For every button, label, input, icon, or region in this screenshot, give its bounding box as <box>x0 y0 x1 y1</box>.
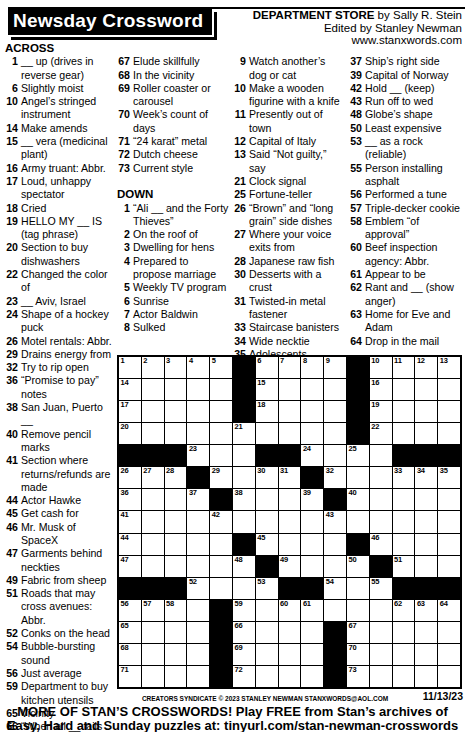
grid-cell-r7c3[interactable] <box>165 489 187 510</box>
clue-37: 37Ship’s right side <box>349 55 463 68</box>
grid-cell-r2c8[interactable] <box>279 379 301 400</box>
grid-cell-r9c7[interactable]: 45 <box>256 534 278 555</box>
grid-cell-r5c11[interactable]: 25 <box>347 445 369 466</box>
clue-10: 10Make a wooden figurine with a knife <box>233 82 345 109</box>
black-cell <box>142 578 164 599</box>
grid-cell-r4c9[interactable] <box>301 423 323 444</box>
grid-cell-r4c13[interactable] <box>393 423 415 444</box>
grid-cell-r12c11[interactable] <box>347 600 369 621</box>
grid-cell-r12c4[interactable] <box>187 600 209 621</box>
grid-cell-r8c15[interactable] <box>438 511 460 532</box>
grid-cell-r13c11[interactable]: 67 <box>347 622 369 643</box>
grid-cell-r9c2[interactable] <box>142 534 164 555</box>
grid-cell-r11c4[interactable]: 52 <box>187 578 209 599</box>
grid-cell-r15c2[interactable] <box>142 666 164 687</box>
clue-number: 15 <box>5 135 18 148</box>
cell-number: 7 <box>280 357 284 366</box>
clue-number: 41 <box>5 454 18 467</box>
grid-cell-r1c13[interactable]: 11 <box>393 357 415 378</box>
black-cell <box>187 467 209 488</box>
grid-cell-r5c12[interactable] <box>370 445 392 466</box>
grid-cell-r2c9[interactable] <box>301 379 323 400</box>
grid-cell-r9c9[interactable] <box>301 534 323 555</box>
grid-cell-r10c15[interactable] <box>438 556 460 577</box>
cell-number: 28 <box>166 467 174 476</box>
grid-cell-r1c2[interactable]: 2 <box>142 357 164 378</box>
grid-cell-r10c4[interactable] <box>187 556 209 577</box>
cell-number: 27 <box>143 467 151 476</box>
grid-cell-r14c6[interactable]: 69 <box>233 644 255 665</box>
grid-cell-r6c12[interactable] <box>370 467 392 488</box>
grid-cell-r9c12[interactable]: 46 <box>370 534 392 555</box>
cell-number: 65 <box>121 622 129 631</box>
grid-cell-r12c6[interactable]: 59 <box>233 600 255 621</box>
grid-cell-r10c3[interactable] <box>165 556 187 577</box>
clue-number: 63 <box>349 308 362 321</box>
black-cell <box>279 445 301 466</box>
grid-cell-r10c8[interactable]: 49 <box>279 556 301 577</box>
grid-cell-r10c13[interactable]: 51 <box>393 556 415 577</box>
black-cell <box>347 357 369 378</box>
clue-20: 20Section to buy dishwashers <box>5 241 114 268</box>
grid-cell-r8c11[interactable] <box>347 511 369 532</box>
clue-40: 40Remove pencil marks <box>5 428 114 455</box>
grid-cell-r13c9[interactable] <box>301 622 323 643</box>
promo-line-2: Easy, Hard and Sunday puzzles at: tinyur… <box>0 719 465 732</box>
grid-cell-r3c5[interactable] <box>210 401 232 422</box>
grid-cell-r7c6[interactable]: 38 <box>233 489 255 510</box>
masthead: Newsday Crossword <box>8 9 214 37</box>
grid-cell-r4c10[interactable] <box>324 423 346 444</box>
clue-number: 13 <box>233 148 246 161</box>
cell-number: 53 <box>257 578 265 587</box>
grid-cell-r9c8[interactable] <box>279 534 301 555</box>
clue-number: 32 <box>5 361 18 374</box>
clue-column-4: 37Ship’s right side39Capital of Norway42… <box>349 42 463 348</box>
cell-number: 33 <box>394 467 402 476</box>
grid-cell-r12c12[interactable] <box>370 600 392 621</box>
clue-10: 10Angel’s stringed instrument <box>5 95 114 122</box>
clue-17: 17Loud, unhappy spectator <box>5 175 114 202</box>
grid-cell-r11c6[interactable] <box>233 578 255 599</box>
grid-cell-r1c1[interactable]: 1 <box>119 357 141 378</box>
grid-cell-r13c3[interactable] <box>165 622 187 643</box>
clue-53: 53__ as a rock (reliable) <box>349 135 463 162</box>
grid-cell-r11c11[interactable] <box>347 578 369 599</box>
grid-cell-r12c9[interactable]: 61 <box>301 600 323 621</box>
grid-cell-r15c15[interactable] <box>438 666 460 687</box>
cell-number: 24 <box>303 445 311 454</box>
grid-cell-r6c7[interactable]: 30 <box>256 467 278 488</box>
clue-number: 67 <box>117 55 130 68</box>
clue-26: 26Motel rentals: Abbr. <box>5 335 114 348</box>
grid-cell-r3c7[interactable]: 18 <box>256 401 278 422</box>
grid-cell-r4c2[interactable] <box>142 423 164 444</box>
grid-cell-r3c14[interactable] <box>415 401 437 422</box>
cell-number: 60 <box>280 600 288 609</box>
grid-cell-r8c9[interactable] <box>301 511 323 532</box>
grid-cell-r7c9[interactable]: 39 <box>301 489 323 510</box>
grid-cell-r12c1[interactable]: 56 <box>119 600 141 621</box>
clue-number: 39 <box>349 69 362 82</box>
grid-cell-r15c4[interactable] <box>187 666 209 687</box>
grid-cell-r1c3[interactable]: 3 <box>165 357 187 378</box>
grid-cell-r4c14[interactable] <box>415 423 437 444</box>
grid-cell-r8c12[interactable] <box>370 511 392 532</box>
grid-cell-r15c9[interactable] <box>301 666 323 687</box>
grid-cell-r10c11[interactable]: 50 <box>347 556 369 577</box>
clue-19: 19HELLO MY __ IS (tag phrase) <box>5 215 114 242</box>
grid-cell-r8c8[interactable] <box>279 511 301 532</box>
clue-number: 56 <box>5 667 18 680</box>
cell-number: 43 <box>326 511 334 520</box>
cell-number: 71 <box>121 666 129 675</box>
grid-cell-r15c13[interactable] <box>393 666 415 687</box>
grid-cell-r2c14[interactable] <box>415 379 437 400</box>
grid-cell-r4c6[interactable]: 21 <box>233 423 255 444</box>
clue-number: 6 <box>117 295 130 308</box>
clue-number: 36 <box>5 374 18 387</box>
grid-cell-r10c2[interactable] <box>142 556 164 577</box>
grid-cell-r10c14[interactable] <box>415 556 437 577</box>
grid-cell-r1c14[interactable]: 12 <box>415 357 437 378</box>
black-cell <box>347 379 369 400</box>
cell-number: 54 <box>326 578 334 587</box>
grid-cell-r1c4[interactable]: 4 <box>187 357 209 378</box>
black-cell <box>256 445 278 466</box>
cell-number: 26 <box>121 467 129 476</box>
grid-cell-r14c8[interactable] <box>279 644 301 665</box>
grid-cell-r4c5[interactable] <box>210 423 232 444</box>
grid-cell-r6c5[interactable]: 29 <box>210 467 232 488</box>
black-cell <box>393 578 415 599</box>
grid-cell-r10c10[interactable] <box>324 556 346 577</box>
grid-cell-r14c11[interactable]: 70 <box>347 644 369 665</box>
grid-cell-r6c3[interactable]: 28 <box>165 467 187 488</box>
grid-cell-r5c10[interactable] <box>324 445 346 466</box>
grid-cell-r4c1[interactable]: 20 <box>119 423 141 444</box>
grid-cell-r8c7[interactable] <box>256 511 278 532</box>
clue-23: 23__ Aviv, Israel <box>5 295 114 308</box>
puzzle-date: 11/13/23 <box>423 690 463 702</box>
grid-cell-r6c15[interactable]: 35 <box>438 467 460 488</box>
clue-69: 69Roller coaster or carousel <box>117 82 229 109</box>
cell-number: 70 <box>348 644 356 653</box>
grid-cell-r2c2[interactable] <box>142 379 164 400</box>
grid-cell-r3c10[interactable] <box>324 401 346 422</box>
grid-cell-r6c14[interactable]: 34 <box>415 467 437 488</box>
clue-column-3: 9Watch another’s dog or cat10Make a wood… <box>233 42 345 361</box>
grid-cell-r7c8[interactable] <box>279 489 301 510</box>
grid-cell-r4c7[interactable] <box>256 423 278 444</box>
cell-number: 61 <box>303 600 311 609</box>
black-cell <box>210 600 232 621</box>
grid-cell-r4c12[interactable]: 22 <box>370 423 392 444</box>
grid-cell-r4c15[interactable] <box>438 423 460 444</box>
clue-number: 59 <box>5 680 18 693</box>
grid-cell-r15c3[interactable] <box>165 666 187 687</box>
grid-cell-r7c15[interactable] <box>438 489 460 510</box>
grid-cell-r2c13[interactable] <box>393 379 415 400</box>
clue-number: 17 <box>5 175 18 188</box>
clue-number: 5 <box>117 281 130 294</box>
clue-number: 26 <box>5 335 18 348</box>
cell-number: 55 <box>371 578 379 587</box>
cell-number: 68 <box>121 644 129 653</box>
grid-cell-r13c13[interactable] <box>393 622 415 643</box>
grid-cell-r15c8[interactable] <box>279 666 301 687</box>
clue-number: 48 <box>349 108 362 121</box>
grid-cell-r7c13[interactable] <box>393 489 415 510</box>
grid-cell-r8c2[interactable] <box>142 511 164 532</box>
grid-cell-r12c13[interactable]: 62 <box>393 600 415 621</box>
grid-cell-r10c9[interactable] <box>301 556 323 577</box>
grid-cell-r15c6[interactable]: 72 <box>233 666 255 687</box>
grid-cell-r14c14[interactable] <box>415 644 437 665</box>
grid-cell-r9c13[interactable] <box>393 534 415 555</box>
grid-cell-r1c10[interactable]: 9 <box>324 357 346 378</box>
clue-6: 6Slightly moist <box>5 82 114 95</box>
grid-cell-r15c11[interactable]: 73 <box>347 666 369 687</box>
cell-number: 58 <box>166 600 174 609</box>
grid-cell-r8c14[interactable] <box>415 511 437 532</box>
grid-cell-r3c13[interactable] <box>393 401 415 422</box>
clue-number: 14 <box>5 122 18 135</box>
grid-cell-r13c2[interactable] <box>142 622 164 643</box>
clue-1: 1“Ali __ and the Forty Thieves” <box>117 202 229 229</box>
clue-71: 71“24 karat” metal <box>117 135 229 148</box>
grid-cell-r14c1[interactable]: 68 <box>119 644 141 665</box>
grid-cell-r14c15[interactable] <box>438 644 460 665</box>
clue-number: 69 <box>117 82 130 95</box>
grid-cell-r2c1[interactable]: 14 <box>119 379 141 400</box>
grid-cell-r3c8[interactable] <box>279 401 301 422</box>
grid-cell-r7c7[interactable] <box>256 489 278 510</box>
clue-number: 2 <box>117 228 130 241</box>
clue-73: 73Current style <box>117 162 229 175</box>
black-cell <box>324 489 346 510</box>
grid-cell-r1c12[interactable]: 10 <box>370 357 392 378</box>
grid-cell-r15c14[interactable] <box>415 666 437 687</box>
clue-number: 25 <box>233 188 246 201</box>
grid-cell-r4c8[interactable] <box>279 423 301 444</box>
grid-cell-r12c3[interactable]: 58 <box>165 600 187 621</box>
grid-cell-r7c14[interactable] <box>415 489 437 510</box>
grid-cell-r14c2[interactable] <box>142 644 164 665</box>
grid-cell-r2c5[interactable] <box>210 379 232 400</box>
clue-number: 51 <box>5 587 18 600</box>
grid-cell-r6c10[interactable]: 32 <box>324 467 346 488</box>
grid-cell-r9c10[interactable] <box>324 534 346 555</box>
grid-cell-r9c15[interactable] <box>438 534 460 555</box>
cell-number: 42 <box>212 511 220 520</box>
clue-number: 22 <box>5 268 18 281</box>
clue-56: 56Just average <box>5 667 114 680</box>
grid-cell-r9c4[interactable] <box>187 534 209 555</box>
grid-cell-r12c8[interactable]: 60 <box>279 600 301 621</box>
grid-cell-r14c13[interactable] <box>393 644 415 665</box>
black-cell <box>324 622 346 643</box>
cell-number: 51 <box>394 556 402 565</box>
puzzle-title: DEPARTMENT STORE <box>253 9 375 21</box>
grid-cell-r9c14[interactable] <box>415 534 437 555</box>
grid-cell-r6c8[interactable]: 31 <box>279 467 301 488</box>
grid-cell-r2c3[interactable] <box>165 379 187 400</box>
grid-cell-r3c2[interactable] <box>142 401 164 422</box>
grid-cell-r2c4[interactable] <box>187 379 209 400</box>
grid-cell-r2c15[interactable] <box>438 379 460 400</box>
grid-cell-r10c5[interactable] <box>210 556 232 577</box>
grid-cell-r8c1[interactable]: 41 <box>119 511 141 532</box>
black-cell <box>438 578 460 599</box>
grid-cell-r3c3[interactable] <box>165 401 187 422</box>
grid-cell-r9c5[interactable] <box>210 534 232 555</box>
cell-number: 3 <box>166 357 170 366</box>
grid-cell-r3c12[interactable]: 19 <box>370 401 392 422</box>
clue-21: 21Clock signal <box>233 175 345 188</box>
clue-number: 34 <box>233 335 246 348</box>
black-cell <box>119 578 141 599</box>
grid-cell-r6c11[interactable] <box>347 467 369 488</box>
clue-number: 53 <box>349 135 362 148</box>
grid-cell-r3c1[interactable]: 17 <box>119 401 141 422</box>
grid-cell-r11c7[interactable]: 53 <box>256 578 278 599</box>
grid-cell-r1c7[interactable]: 6 <box>256 357 278 378</box>
grid-cell-r11c12[interactable]: 55 <box>370 578 392 599</box>
grid-cell-r13c8[interactable] <box>279 622 301 643</box>
grid-cell-r6c2[interactable]: 27 <box>142 467 164 488</box>
clue-number: 40 <box>5 428 18 441</box>
grid-cell-r14c3[interactable] <box>165 644 187 665</box>
clue-number: 19 <box>5 215 18 228</box>
grid-cell-r6c1[interactable]: 26 <box>119 467 141 488</box>
grid-cell-r4c3[interactable] <box>165 423 187 444</box>
grid-cell-r3c9[interactable] <box>301 401 323 422</box>
grid-cell-r8c6[interactable] <box>233 511 255 532</box>
grid-cell-r11c10[interactable]: 54 <box>324 578 346 599</box>
black-cell <box>256 556 278 577</box>
black-cell <box>279 578 301 599</box>
grid-cell-r5c5[interactable] <box>210 445 232 466</box>
grid-cell-r7c12[interactable] <box>370 489 392 510</box>
grid-cell-r1c9[interactable]: 8 <box>301 357 323 378</box>
cell-number: 19 <box>371 401 379 410</box>
grid-cell-r15c1[interactable]: 71 <box>119 666 141 687</box>
grid-cell-r14c4[interactable] <box>187 644 209 665</box>
grid-cell-r8c10[interactable]: 43 <box>324 511 346 532</box>
black-cell <box>210 489 232 510</box>
grid-cell-r13c1[interactable]: 65 <box>119 622 141 643</box>
grid-cell-r9c1[interactable]: 44 <box>119 534 141 555</box>
grid-cell-r8c4[interactable] <box>187 511 209 532</box>
cell-number: 37 <box>189 489 197 498</box>
grid-cell-r13c7[interactable] <box>256 622 278 643</box>
clue-12: 12Capital of Italy <box>233 135 345 148</box>
clue-48: 48Globe’s shape <box>349 108 463 121</box>
grid-cell-r3c15[interactable] <box>438 401 460 422</box>
grid-cell-r1c8[interactable]: 7 <box>279 357 301 378</box>
black-cell <box>415 445 437 466</box>
grid-cell-r11c5[interactable] <box>210 578 232 599</box>
grid-cell-r8c13[interactable] <box>393 511 415 532</box>
clue-number: 73 <box>117 162 130 175</box>
grid-cell-r3c4[interactable] <box>187 401 209 422</box>
clue-section-header-down: DOWN <box>117 188 229 201</box>
clue-number: 71 <box>117 135 130 148</box>
clue-8: 8Sulked <box>117 321 229 334</box>
grid-cell-r1c5[interactable]: 5 <box>210 357 232 378</box>
grid-cell-r8c5[interactable]: 42 <box>210 511 232 532</box>
grid-cell-r12c10[interactable] <box>324 600 346 621</box>
grid-cell-r10c1[interactable]: 47 <box>119 556 141 577</box>
grid-cell-r5c4[interactable]: 23 <box>187 445 209 466</box>
black-cell <box>370 556 392 577</box>
black-cell <box>142 445 164 466</box>
grid-cell-r2c12[interactable]: 16 <box>370 379 392 400</box>
grid-cell-r14c9[interactable] <box>301 644 323 665</box>
grid-cell-r13c6[interactable]: 66 <box>233 622 255 643</box>
cell-number: 21 <box>234 423 242 432</box>
clue-72: 72Dutch cheese <box>117 148 229 161</box>
grid-cell-r8c3[interactable] <box>165 511 187 532</box>
clue-27: 27Where your voice exits from <box>233 228 345 255</box>
cell-number: 25 <box>348 445 356 454</box>
clue-section-header-across: ACROSS <box>5 42 114 55</box>
grid-cell-r2c10[interactable] <box>324 379 346 400</box>
clue-59: 59Department to buy kitchen utensils <box>5 680 114 707</box>
grid-cell-r10c6[interactable]: 48 <box>233 556 255 577</box>
grid-cell-r12c15[interactable]: 64 <box>438 600 460 621</box>
clue-number: 20 <box>5 241 18 254</box>
clue-63: 63Home for Eve and Adam <box>349 308 463 335</box>
grid-cell-r9c3[interactable] <box>165 534 187 555</box>
grid-cell-r12c7[interactable] <box>256 600 278 621</box>
grid-cell-r14c7[interactable] <box>256 644 278 665</box>
grid-cell-r13c4[interactable] <box>187 622 209 643</box>
grid-cell-r14c12[interactable] <box>370 644 392 665</box>
grid-cell-r1c15[interactable]: 13 <box>438 357 460 378</box>
black-cell <box>324 666 346 687</box>
grid-cell-r2c7[interactable]: 15 <box>256 379 278 400</box>
clue-number: 11 <box>233 108 246 121</box>
black-cell <box>415 578 437 599</box>
clue-22: 22Changed the color of <box>5 268 114 295</box>
black-cell <box>210 622 232 643</box>
grid-cell-r15c12[interactable] <box>370 666 392 687</box>
grid-cell-r7c11[interactable]: 40 <box>347 489 369 510</box>
grid-cell-r13c12[interactable] <box>370 622 392 643</box>
grid-cell-r4c4[interactable] <box>187 423 209 444</box>
clue-number: 46 <box>5 521 18 534</box>
grid-cell-r13c14[interactable] <box>415 622 437 643</box>
cell-number: 44 <box>121 534 129 543</box>
grid-cell-r7c4[interactable]: 37 <box>187 489 209 510</box>
cell-number: 38 <box>234 489 242 498</box>
grid-cell-r13c15[interactable] <box>438 622 460 643</box>
cell-number: 40 <box>348 489 356 498</box>
grid-cell-r15c7[interactable] <box>256 666 278 687</box>
black-cell <box>165 578 187 599</box>
grid-cell-r6c6[interactable] <box>233 467 255 488</box>
grid-cell-r5c6[interactable] <box>233 445 255 466</box>
grid-cell-r7c1[interactable]: 36 <box>119 489 141 510</box>
grid-cell-r5c9[interactable]: 24 <box>301 445 323 466</box>
grid-cell-r7c2[interactable] <box>142 489 164 510</box>
cell-number: 10 <box>371 357 379 366</box>
grid-cell-r6c13[interactable]: 33 <box>393 467 415 488</box>
grid-cell-r12c14[interactable]: 63 <box>415 600 437 621</box>
grid-cell-r12c2[interactable]: 57 <box>142 600 164 621</box>
